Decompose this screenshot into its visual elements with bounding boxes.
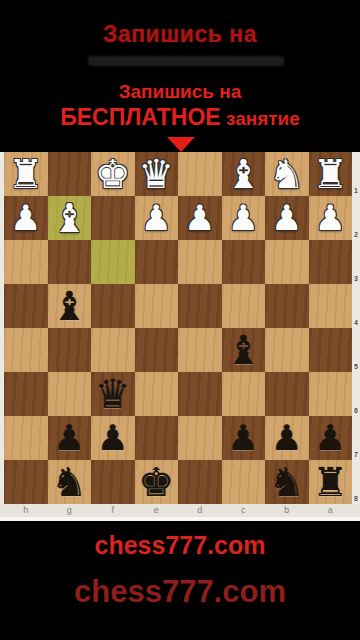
square-c4[interactable] [222, 284, 266, 328]
piece-white-B-c1: ♝ [222, 152, 266, 196]
file-label-g: g [48, 504, 92, 517]
footer-site-bright: chess777.com [0, 531, 360, 560]
file-label-f: f [91, 504, 135, 517]
square-d5[interactable] [178, 328, 222, 372]
square-g4[interactable]: ♝ [48, 284, 92, 328]
square-b4[interactable] [265, 284, 309, 328]
file-labels-strip: hgfedcba [0, 504, 360, 517]
square-e4[interactable] [135, 284, 179, 328]
square-a2[interactable]: ♟ [309, 196, 353, 240]
piece-white-R-a1: ♜ [309, 152, 353, 196]
piece-black-P-b7: ♟ [265, 416, 309, 460]
square-b8[interactable]: ♞ [265, 460, 309, 504]
square-f3[interactable] [91, 240, 135, 284]
square-d6[interactable] [178, 372, 222, 416]
piece-white-P-c2: ♟ [222, 196, 266, 240]
piece-black-Q-f6: ♛ [91, 372, 135, 416]
square-b1[interactable]: ♞ [265, 152, 309, 196]
square-g1[interactable] [48, 152, 92, 196]
file-label-e: e [135, 504, 179, 517]
piece-black-N-g8: ♞ [48, 460, 92, 504]
square-a4[interactable] [309, 284, 353, 328]
down-arrow-icon [167, 137, 195, 152]
piece-white-N-b1: ♞ [265, 152, 309, 196]
piece-black-K-e8: ♚ [135, 460, 179, 504]
piece-black-P-c7: ♟ [222, 416, 266, 460]
file-label-c: c [222, 504, 266, 517]
square-c1[interactable]: ♝ [222, 152, 266, 196]
square-d4[interactable] [178, 284, 222, 328]
square-a1[interactable]: ♜ [309, 152, 353, 196]
square-d1[interactable] [178, 152, 222, 196]
square-f2[interactable] [91, 196, 135, 240]
banner-line2: Запишись на [0, 81, 360, 103]
chess-board: ♜♚♛♝♞♜♟♝♟♟♟♟♟♝♝♛♟♟♟♟♟♞♚♞♜ 12345678 hgfed… [0, 152, 360, 521]
banner-line1-faded: Запишись на [0, 21, 360, 48]
rank-label-2: 2 [352, 196, 360, 240]
square-h4[interactable] [4, 284, 48, 328]
square-c2[interactable]: ♟ [222, 196, 266, 240]
piece-white-P-e2: ♟ [135, 196, 179, 240]
rank-label-6: 6 [352, 372, 360, 416]
square-f4[interactable] [91, 284, 135, 328]
piece-black-B-g4: ♝ [48, 284, 92, 328]
piece-black-N-b8: ♞ [265, 460, 309, 504]
rank-label-8: 8 [352, 460, 360, 504]
square-e7[interactable] [135, 416, 179, 460]
banner-line3-rest: занятие [221, 108, 300, 129]
rank-label-1: 1 [352, 152, 360, 196]
piece-white-K-f1: ♚ [91, 152, 135, 196]
rank-label-4: 4 [352, 284, 360, 328]
piece-black-P-g7: ♟ [48, 416, 92, 460]
square-c6[interactable] [222, 372, 266, 416]
square-a3[interactable] [309, 240, 353, 284]
file-label-h: h [4, 504, 48, 517]
square-f1[interactable]: ♚ [91, 152, 135, 196]
square-c8[interactable] [222, 460, 266, 504]
square-f5[interactable] [91, 328, 135, 372]
piece-white-P-h2: ♟ [4, 196, 48, 240]
square-h8[interactable] [4, 460, 48, 504]
square-h3[interactable] [4, 240, 48, 284]
square-d7[interactable] [178, 416, 222, 460]
square-h5[interactable] [4, 328, 48, 372]
file-label-a: a [309, 504, 353, 517]
square-c3[interactable] [222, 240, 266, 284]
square-a6[interactable] [309, 372, 353, 416]
square-e5[interactable] [135, 328, 179, 372]
square-g7[interactable]: ♟ [48, 416, 92, 460]
square-e2[interactable]: ♟ [135, 196, 179, 240]
board-grid: ♜♚♛♝♞♜♟♝♟♟♟♟♟♝♝♛♟♟♟♟♟♞♚♞♜ [4, 152, 352, 504]
square-d8[interactable] [178, 460, 222, 504]
square-c7[interactable]: ♟ [222, 416, 266, 460]
piece-black-B-c5: ♝ [222, 328, 266, 372]
square-d2[interactable]: ♟ [178, 196, 222, 240]
banner-line3-emphasis: БЕСПЛАТНОЕ [60, 104, 221, 130]
rank-labels: 12345678 [352, 152, 360, 504]
square-f8[interactable] [91, 460, 135, 504]
square-h2[interactable]: ♟ [4, 196, 48, 240]
piece-white-P-b2: ♟ [265, 196, 309, 240]
square-f6[interactable]: ♛ [91, 372, 135, 416]
square-a5[interactable] [309, 328, 353, 372]
square-b2[interactable]: ♟ [265, 196, 309, 240]
square-h1[interactable]: ♜ [4, 152, 48, 196]
piece-black-P-f7: ♟ [91, 416, 135, 460]
rank-label-5: 5 [352, 328, 360, 372]
square-d3[interactable] [178, 240, 222, 284]
square-b6[interactable] [265, 372, 309, 416]
square-a7[interactable]: ♟ [309, 416, 353, 460]
file-label-d: d [178, 504, 222, 517]
square-g6[interactable] [48, 372, 92, 416]
square-h7[interactable] [4, 416, 48, 460]
square-e1[interactable]: ♛ [135, 152, 179, 196]
piece-white-B-g2: ♝ [48, 196, 92, 240]
banner-line3: БЕСПЛАТНОЕ занятие [0, 104, 360, 131]
square-b7[interactable]: ♟ [265, 416, 309, 460]
board-bottom-edge [0, 517, 360, 521]
piece-white-P-a2: ♟ [309, 196, 353, 240]
faded-text-remnant [88, 56, 284, 66]
piece-white-Q-e1: ♛ [135, 152, 179, 196]
square-g8[interactable]: ♞ [48, 460, 92, 504]
square-b3[interactable] [265, 240, 309, 284]
square-f7[interactable]: ♟ [91, 416, 135, 460]
screen: Запишись на Запишись на БЕСПЛАТНОЕ занят… [0, 0, 360, 640]
piece-black-P-a7: ♟ [309, 416, 353, 460]
rank-label-7: 7 [352, 416, 360, 460]
rank-label-3: 3 [352, 240, 360, 284]
file-label-b: b [265, 504, 309, 517]
file-labels: hgfedcba [4, 504, 352, 517]
square-e8[interactable]: ♚ [135, 460, 179, 504]
square-h6[interactable] [4, 372, 48, 416]
square-g5[interactable] [48, 328, 92, 372]
piece-white-R-h1: ♜ [4, 152, 48, 196]
square-e3[interactable] [135, 240, 179, 284]
square-b5[interactable] [265, 328, 309, 372]
piece-white-P-d2: ♟ [178, 196, 222, 240]
square-c5[interactable]: ♝ [222, 328, 266, 372]
square-e6[interactable] [135, 372, 179, 416]
footer-site-dark: chess777.com [0, 574, 360, 610]
square-g3[interactable] [48, 240, 92, 284]
square-g2[interactable]: ♝ [48, 196, 92, 240]
